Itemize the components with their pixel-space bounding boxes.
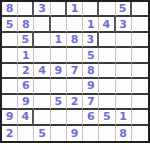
sudoku-cell-r7c2[interactable]: 9 [18,95,34,110]
sudoku-cell-r6c1[interactable] [2,79,18,94]
sudoku-cell-r2c5[interactable] [67,17,83,32]
sudoku-cell-r4c7[interactable] [99,48,115,63]
sudoku-cell-r8c1[interactable]: 9 [2,110,18,125]
sudoku-cell-r4c3[interactable] [34,48,50,63]
sudoku-cell-r2c9[interactable] [132,17,148,32]
sudoku-cell-r1c8[interactable]: 5 [116,2,132,17]
sudoku-cell-r2c8[interactable]: 3 [116,17,132,32]
sudoku-cell-r1c1[interactable]: 8 [2,2,18,17]
sudoku-cell-r2c1[interactable]: 5 [2,17,18,32]
sudoku-cell-r7c8[interactable] [116,95,132,110]
sudoku-cell-r3c7[interactable] [99,33,115,48]
sudoku-cell-r3c2[interactable]: 5 [18,33,34,48]
sudoku-cell-r2c2[interactable]: 8 [18,17,34,32]
sudoku-cell-r6c8[interactable] [116,79,132,94]
sudoku-cell-r7c6[interactable]: 7 [83,95,99,110]
sudoku-cell-r3c1[interactable] [2,33,18,48]
sudoku-cell-r1c4[interactable] [51,2,67,17]
sudoku-cell-r8c5[interactable] [67,110,83,125]
sudoku-cell-r8c3[interactable] [34,110,50,125]
sudoku-cell-r6c5[interactable] [67,79,83,94]
sudoku-cell-r5c8[interactable] [116,64,132,79]
sudoku-cell-r9c9[interactable] [132,126,148,141]
sudoku-cell-r7c4[interactable]: 5 [51,95,67,110]
sudoku-board: 83155814351831524978699527946512598 [0,0,150,143]
sudoku-cell-r8c9[interactable] [132,110,148,125]
sudoku-cell-r5c3[interactable]: 4 [34,64,50,79]
sudoku-cell-r6c6[interactable]: 9 [83,79,99,94]
sudoku-cell-r5c7[interactable] [99,64,115,79]
sudoku-cell-r9c3[interactable]: 5 [34,126,50,141]
sudoku-cell-r3c6[interactable]: 3 [83,33,99,48]
sudoku-cell-r8c4[interactable] [51,110,67,125]
sudoku-cell-r9c5[interactable]: 9 [67,126,83,141]
sudoku-cell-r3c8[interactable] [116,33,132,48]
sudoku-cell-r6c2[interactable]: 6 [18,79,34,94]
sudoku-cell-r5c2[interactable]: 2 [18,64,34,79]
sudoku-cell-r3c3[interactable] [34,33,50,48]
sudoku-cell-r7c5[interactable]: 2 [67,95,83,110]
sudoku-cell-r9c4[interactable] [51,126,67,141]
sudoku-cell-r3c5[interactable]: 8 [67,33,83,48]
sudoku-cell-r3c4[interactable]: 1 [51,33,67,48]
sudoku-cell-r4c6[interactable]: 5 [83,48,99,63]
sudoku-cell-r5c4[interactable]: 9 [51,64,67,79]
sudoku-cell-r6c7[interactable] [99,79,115,94]
sudoku-cell-r9c1[interactable]: 2 [2,126,18,141]
sudoku-cell-r2c6[interactable]: 1 [83,17,99,32]
sudoku-cell-r4c9[interactable] [132,48,148,63]
sudoku-cell-r6c3[interactable] [34,79,50,94]
sudoku-cell-r6c4[interactable] [51,79,67,94]
sudoku-cell-r1c7[interactable] [99,2,115,17]
sudoku-cell-r3c9[interactable] [132,33,148,48]
sudoku-cell-r6c9[interactable] [132,79,148,94]
sudoku-cell-r8c2[interactable]: 4 [18,110,34,125]
sudoku-cell-r9c7[interactable] [99,126,115,141]
sudoku-cell-r7c3[interactable] [34,95,50,110]
sudoku-cell-r2c3[interactable] [34,17,50,32]
sudoku-cell-r8c6[interactable]: 6 [83,110,99,125]
sudoku-cell-r7c1[interactable] [2,95,18,110]
sudoku-cell-r1c9[interactable] [132,2,148,17]
sudoku-cell-r5c1[interactable] [2,64,18,79]
sudoku-cell-r4c1[interactable] [2,48,18,63]
sudoku-cell-r1c5[interactable]: 1 [67,2,83,17]
sudoku-cell-r4c2[interactable]: 1 [18,48,34,63]
sudoku-cell-r9c2[interactable] [18,126,34,141]
sudoku-cell-r5c9[interactable] [132,64,148,79]
sudoku-cell-r5c6[interactable]: 8 [83,64,99,79]
sudoku-cell-r9c6[interactable] [83,126,99,141]
sudoku-cell-r4c5[interactable] [67,48,83,63]
sudoku-cell-r7c9[interactable] [132,95,148,110]
sudoku-cell-r4c4[interactable] [51,48,67,63]
sudoku-cell-r8c8[interactable]: 1 [116,110,132,125]
sudoku-cell-r4c8[interactable] [116,48,132,63]
sudoku-cell-r9c8[interactable]: 8 [116,126,132,141]
sudoku-cell-r1c6[interactable] [83,2,99,17]
sudoku-cell-r5c5[interactable]: 7 [67,64,83,79]
sudoku-cell-r7c7[interactable] [99,95,115,110]
sudoku-cell-r2c4[interactable] [51,17,67,32]
sudoku-cell-r1c2[interactable] [18,2,34,17]
sudoku-cell-r8c7[interactable]: 5 [99,110,115,125]
sudoku-cell-r2c7[interactable]: 4 [99,17,115,32]
sudoku-cell-r1c3[interactable]: 3 [34,2,50,17]
